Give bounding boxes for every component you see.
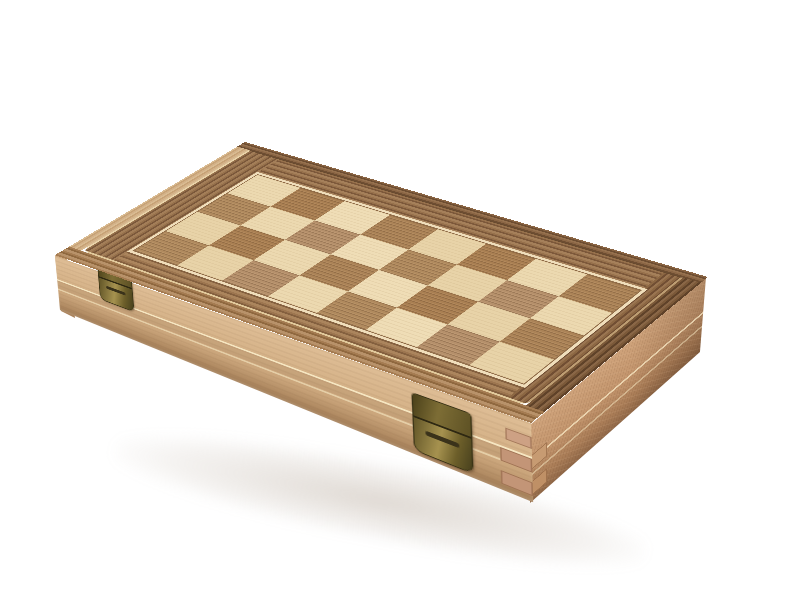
brass-latch-right (411, 392, 473, 474)
latch-catch-plate (413, 393, 471, 438)
finger-joint (505, 428, 532, 449)
latch-slot (425, 430, 460, 448)
latch-slot (106, 286, 126, 296)
product-photo-scene (0, 0, 800, 600)
